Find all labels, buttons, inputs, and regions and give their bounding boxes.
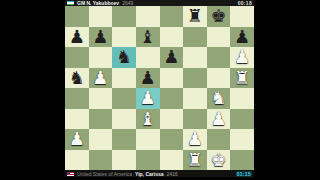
bottom-player-clock: 01:15	[236, 171, 252, 177]
piece-white-pawn-g3[interactable]: ♟	[207, 109, 231, 130]
piece-black-pawn-d5[interactable]: ♟	[136, 68, 160, 89]
square-f8[interactable]: ♜	[183, 6, 207, 27]
usa-flag-icon	[67, 172, 74, 176]
bottom-player-name: Yip, Carissa	[135, 171, 163, 177]
square-f5[interactable]	[183, 68, 207, 89]
square-d5[interactable]: ♟	[136, 68, 160, 89]
square-c2[interactable]	[112, 129, 136, 150]
video-frame: GM N. Yakubboev 2649 00:18 ♜♚♟♟♝♟♞♟♟♞♟♟♜…	[0, 0, 320, 180]
piece-black-pawn-h7[interactable]: ♟	[230, 27, 254, 48]
square-d2[interactable]	[136, 129, 160, 150]
square-a6[interactable]	[65, 47, 89, 68]
square-h3[interactable]	[230, 109, 254, 130]
uzbekistan-flag-icon	[67, 1, 74, 5]
square-f3[interactable]	[183, 109, 207, 130]
piece-white-pawn-a2[interactable]: ♟	[65, 129, 89, 150]
square-b6[interactable]	[89, 47, 113, 68]
square-e4[interactable]	[160, 88, 184, 109]
bottom-player-bar: United States of America Yip, Carissa 24…	[65, 170, 254, 177]
square-f1[interactable]: ♜	[183, 150, 207, 171]
piece-black-knight-c6[interactable]: ♞	[112, 47, 136, 68]
square-b8[interactable]	[89, 6, 113, 27]
square-b4[interactable]	[89, 88, 113, 109]
square-c7[interactable]	[112, 27, 136, 48]
square-c3[interactable]	[112, 109, 136, 130]
square-e1[interactable]	[160, 150, 184, 171]
square-g6[interactable]	[207, 47, 231, 68]
bottom-player-federation: United States of America	[77, 171, 132, 177]
square-g2[interactable]	[207, 129, 231, 150]
square-f4[interactable]	[183, 88, 207, 109]
square-d3[interactable]: ♝	[136, 109, 160, 130]
piece-white-pawn-b5[interactable]: ♟	[89, 68, 113, 89]
square-g1[interactable]: ♚	[207, 150, 231, 171]
square-g5[interactable]	[207, 68, 231, 89]
square-d6[interactable]	[136, 47, 160, 68]
piece-black-pawn-b7[interactable]: ♟	[89, 27, 113, 48]
piece-black-pawn-e6[interactable]: ♟	[160, 47, 184, 68]
square-h1[interactable]	[230, 150, 254, 171]
piece-white-bishop-d3[interactable]: ♝	[136, 109, 160, 130]
square-c8[interactable]	[112, 6, 136, 27]
square-d1[interactable]	[136, 150, 160, 171]
square-c4[interactable]	[112, 88, 136, 109]
piece-white-king-g1[interactable]: ♚	[207, 150, 231, 171]
square-h4[interactable]	[230, 88, 254, 109]
piece-black-bishop-d7[interactable]: ♝	[136, 27, 160, 48]
bottom-player-rating: 2416	[166, 171, 177, 177]
piece-white-pawn-f2[interactable]: ♟	[183, 129, 207, 150]
square-g3[interactable]: ♟	[207, 109, 231, 130]
square-b1[interactable]	[89, 150, 113, 171]
square-e3[interactable]	[160, 109, 184, 130]
square-c6[interactable]: ♞	[112, 47, 136, 68]
square-e8[interactable]	[160, 6, 184, 27]
square-h7[interactable]: ♟	[230, 27, 254, 48]
square-b2[interactable]	[89, 129, 113, 150]
square-a1[interactable]	[65, 150, 89, 171]
square-c5[interactable]	[112, 68, 136, 89]
square-a8[interactable]	[65, 6, 89, 27]
square-a3[interactable]	[65, 109, 89, 130]
square-h2[interactable]	[230, 129, 254, 150]
piece-white-pawn-h6[interactable]: ♟	[230, 47, 254, 68]
square-g4[interactable]: ♞	[207, 88, 231, 109]
piece-white-knight-g4[interactable]: ♞	[207, 88, 231, 109]
piece-white-rook-f1[interactable]: ♜	[183, 150, 207, 171]
square-d8[interactable]	[136, 6, 160, 27]
square-d4[interactable]: ♟	[136, 88, 160, 109]
piece-white-rook-h5[interactable]: ♜	[230, 68, 254, 89]
chess-board[interactable]: ♜♚♟♟♝♟♞♟♟♞♟♟♜♟♞♝♟♟♟♜♚	[65, 6, 254, 170]
square-g7[interactable]	[207, 27, 231, 48]
piece-white-pawn-d4[interactable]: ♟	[136, 88, 160, 109]
square-e2[interactable]	[160, 129, 184, 150]
piece-black-pawn-a7[interactable]: ♟	[65, 27, 89, 48]
square-g8[interactable]: ♚	[207, 6, 231, 27]
square-d7[interactable]: ♝	[136, 27, 160, 48]
square-h5[interactable]: ♜	[230, 68, 254, 89]
square-f6[interactable]	[183, 47, 207, 68]
square-b7[interactable]: ♟	[89, 27, 113, 48]
square-f7[interactable]	[183, 27, 207, 48]
square-e5[interactable]	[160, 68, 184, 89]
piece-black-rook-f8[interactable]: ♜	[183, 6, 207, 27]
square-e7[interactable]	[160, 27, 184, 48]
square-a4[interactable]	[65, 88, 89, 109]
piece-black-knight-a5[interactable]: ♞	[65, 68, 89, 89]
square-a2[interactable]: ♟	[65, 129, 89, 150]
piece-black-king-g8[interactable]: ♚	[207, 6, 231, 27]
square-b5[interactable]: ♟	[89, 68, 113, 89]
square-h6[interactable]: ♟	[230, 47, 254, 68]
square-a7[interactable]: ♟	[65, 27, 89, 48]
square-h8[interactable]	[230, 6, 254, 27]
square-a5[interactable]: ♞	[65, 68, 89, 89]
square-b3[interactable]	[89, 109, 113, 130]
square-c1[interactable]	[112, 150, 136, 171]
square-f2[interactable]: ♟	[183, 129, 207, 150]
square-e6[interactable]: ♟	[160, 47, 184, 68]
